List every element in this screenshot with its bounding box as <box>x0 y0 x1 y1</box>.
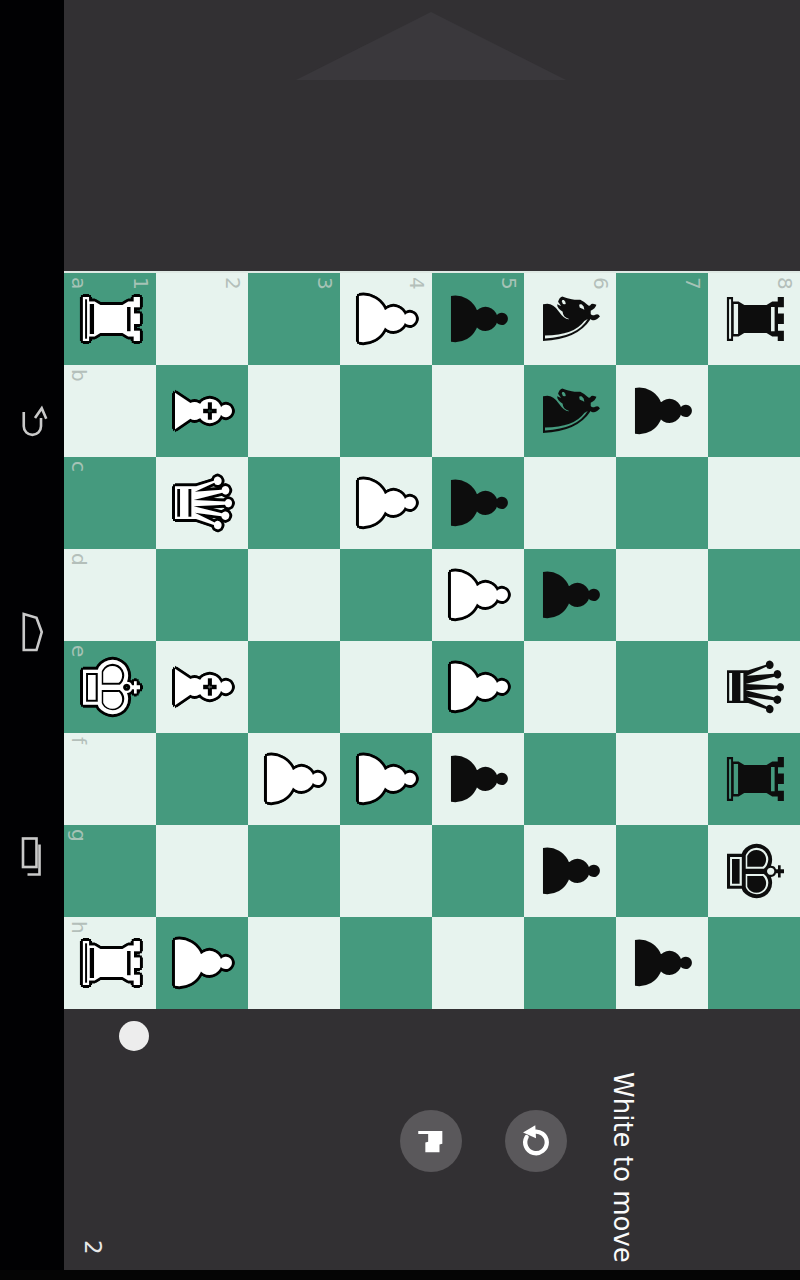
square-e5[interactable]: ♟ <box>432 641 524 733</box>
square-c6[interactable] <box>524 457 616 549</box>
file-label-c: c <box>69 461 89 472</box>
square-g5[interactable] <box>432 825 524 917</box>
square-a4[interactable]: 4♟ <box>340 273 432 365</box>
rank-label-2: 2 <box>223 277 243 290</box>
square-a6[interactable]: 6♞ <box>524 273 616 365</box>
square-g4[interactable] <box>340 825 432 917</box>
file-label-f: f <box>69 737 89 744</box>
square-h8[interactable] <box>708 917 800 1009</box>
square-f2[interactable] <box>156 733 248 825</box>
app-screen: 1a♜234♟5♟6♞78♜b♝♞♟c♛♟♟d♟♟e♚♝♟♛f♟♟♟♜g♟♚h♜… <box>0 0 800 1280</box>
square-d2[interactable] <box>156 549 248 641</box>
square-f3[interactable]: ♟ <box>248 733 340 825</box>
piece-wQ: ♛ <box>156 468 248 538</box>
piece-wB: ♝ <box>156 376 248 446</box>
piece-bP: ♟ <box>524 560 616 630</box>
piece-bP: ♟ <box>432 468 524 538</box>
square-e8[interactable]: ♛ <box>708 641 800 733</box>
square-h3[interactable] <box>248 917 340 1009</box>
square-h6[interactable] <box>524 917 616 1009</box>
file-label-b: b <box>69 369 89 382</box>
square-b6[interactable]: ♞ <box>524 365 616 457</box>
piece-wP: ♟ <box>340 744 432 814</box>
piece-bR: ♜ <box>708 744 800 814</box>
square-e4[interactable] <box>340 641 432 733</box>
square-d6[interactable]: ♟ <box>524 549 616 641</box>
square-f7[interactable] <box>616 733 708 825</box>
square-a2[interactable]: 2 <box>156 273 248 365</box>
rank-label-7: 7 <box>683 277 703 290</box>
square-a5[interactable]: 5♟ <box>432 273 524 365</box>
square-g6[interactable]: ♟ <box>524 825 616 917</box>
square-e1[interactable]: e♚ <box>64 641 156 733</box>
square-b7[interactable]: ♟ <box>616 365 708 457</box>
status-text: White to move <box>608 1072 638 1272</box>
square-f8[interactable]: ♜ <box>708 733 800 825</box>
board: 1a♜234♟5♟6♞78♜b♝♞♟c♛♟♟d♟♟e♚♝♟♛f♟♟♟♜g♟♚h♜… <box>64 271 800 1009</box>
piece-wP: ♟ <box>248 744 340 814</box>
square-f4[interactable]: ♟ <box>340 733 432 825</box>
piece-bP: ♟ <box>432 744 524 814</box>
file-label-d: d <box>69 553 89 566</box>
square-g3[interactable] <box>248 825 340 917</box>
square-b3[interactable] <box>248 365 340 457</box>
piece-bP: ♟ <box>616 376 708 446</box>
piece-wP: ♟ <box>340 468 432 538</box>
piece-bP: ♟ <box>524 836 616 906</box>
drawer-handle-triangle[interactable] <box>296 12 566 80</box>
piece-wP: ♟ <box>156 928 248 998</box>
square-b8[interactable] <box>708 365 800 457</box>
piece-wB: ♝ <box>156 652 248 722</box>
square-d4[interactable] <box>340 549 432 641</box>
square-a7[interactable]: 7 <box>616 273 708 365</box>
piece-bR: ♜ <box>708 284 800 354</box>
square-h4[interactable] <box>340 917 432 1009</box>
square-g1[interactable]: g <box>64 825 156 917</box>
flag-button[interactable] <box>400 1110 462 1172</box>
square-g8[interactable]: ♚ <box>708 825 800 917</box>
piece-bK: ♚ <box>708 836 800 906</box>
square-h5[interactable] <box>432 917 524 1009</box>
square-c1[interactable]: c <box>64 457 156 549</box>
square-f1[interactable]: f <box>64 733 156 825</box>
move-number: 2 <box>80 1240 106 1255</box>
square-a8[interactable]: 8♜ <box>708 273 800 365</box>
square-e3[interactable] <box>248 641 340 733</box>
piece-bN: ♞ <box>524 284 616 354</box>
piece-bQ: ♛ <box>708 652 800 722</box>
square-g7[interactable] <box>616 825 708 917</box>
square-e7[interactable] <box>616 641 708 733</box>
square-g2[interactable] <box>156 825 248 917</box>
piece-wR: ♜ <box>64 928 156 998</box>
file-label-g: g <box>69 829 89 842</box>
square-e2[interactable]: ♝ <box>156 641 248 733</box>
sidebar <box>0 0 64 1280</box>
square-d5[interactable]: ♟ <box>432 549 524 641</box>
rank-label-3: 3 <box>315 277 335 290</box>
square-c8[interactable] <box>708 457 800 549</box>
square-f5[interactable]: ♟ <box>432 733 524 825</box>
piece-bP: ♟ <box>432 284 524 354</box>
piece-wK: ♚ <box>64 652 156 722</box>
square-b1[interactable]: b <box>64 365 156 457</box>
square-d7[interactable] <box>616 549 708 641</box>
square-e6[interactable] <box>524 641 616 733</box>
square-h1[interactable]: h♜ <box>64 917 156 1009</box>
piece-wP: ♟ <box>432 560 524 630</box>
piece-wP: ♟ <box>432 652 524 722</box>
piece-bP: ♟ <box>616 928 708 998</box>
square-d8[interactable] <box>708 549 800 641</box>
square-b4[interactable] <box>340 365 432 457</box>
move-indicator-dot <box>119 1021 149 1051</box>
reset-icon <box>513 1118 559 1164</box>
square-c4[interactable]: ♟ <box>340 457 432 549</box>
square-f6[interactable] <box>524 733 616 825</box>
square-h2[interactable]: ♟ <box>156 917 248 1009</box>
piece-wP: ♟ <box>340 284 432 354</box>
square-d1[interactable]: d <box>64 549 156 641</box>
square-c7[interactable] <box>616 457 708 549</box>
square-h7[interactable]: ♟ <box>616 917 708 1009</box>
square-a1[interactable]: 1a♜ <box>64 273 156 365</box>
square-c3[interactable] <box>248 457 340 549</box>
square-c5[interactable]: ♟ <box>432 457 524 549</box>
piece-bN: ♞ <box>524 376 616 446</box>
square-c2[interactable]: ♛ <box>156 457 248 549</box>
undo-icon[interactable] <box>8 396 56 452</box>
reset-button[interactable] <box>505 1110 567 1172</box>
square-b5[interactable] <box>432 365 524 457</box>
bottom-edge-bar <box>0 1270 800 1280</box>
piece-wR: ♜ <box>64 284 156 354</box>
copy-icon[interactable] <box>8 830 56 886</box>
square-d3[interactable] <box>248 549 340 641</box>
square-a3[interactable]: 3 <box>248 273 340 365</box>
flag-icon <box>414 1124 448 1158</box>
square-b2[interactable]: ♝ <box>156 365 248 457</box>
page-flag-icon[interactable] <box>8 604 56 660</box>
